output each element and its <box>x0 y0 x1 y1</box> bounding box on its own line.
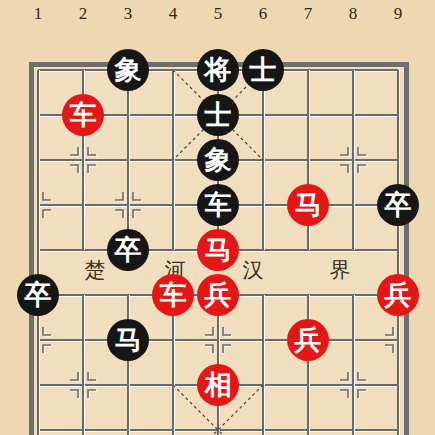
column-label-8: 8 <box>341 3 365 25</box>
river-label: 界 <box>325 257 355 283</box>
piece-red-horse[interactable]: 马 <box>197 229 239 271</box>
piece-black-horse[interactable]: 马 <box>107 319 149 361</box>
piece-black-soldier[interactable]: 卒 <box>107 229 149 271</box>
piece-red-soldier[interactable]: 兵 <box>287 319 329 361</box>
piece-red-horse[interactable]: 马 <box>287 184 329 226</box>
column-label-4: 4 <box>161 3 185 25</box>
column-label-5: 5 <box>206 3 230 25</box>
piece-black-elephant[interactable]: 象 <box>197 139 239 181</box>
piece-red-soldier[interactable]: 兵 <box>377 274 419 316</box>
river-label: 楚 <box>80 257 110 283</box>
column-label-3: 3 <box>116 3 140 25</box>
column-label-1: 1 <box>26 3 50 25</box>
piece-black-advisor[interactable]: 士 <box>242 49 284 91</box>
piece-red-chariot[interactable]: 车 <box>152 274 194 316</box>
piece-red-elephant[interactable]: 相 <box>197 364 239 406</box>
piece-black-general[interactable]: 将 <box>197 49 239 91</box>
piece-black-elephant[interactable]: 象 <box>107 49 149 91</box>
river-label: 汉 <box>238 257 268 283</box>
xiangqi-board: 123456789 楚河汉界 象将士车士象车马卒卒马卒车兵兵马兵相 <box>0 0 435 435</box>
column-label-6: 6 <box>251 3 275 25</box>
piece-black-soldier[interactable]: 卒 <box>377 184 419 226</box>
column-label-2: 2 <box>71 3 95 25</box>
piece-black-chariot[interactable]: 车 <box>197 184 239 226</box>
piece-black-advisor[interactable]: 士 <box>197 94 239 136</box>
piece-black-soldier[interactable]: 卒 <box>17 274 59 316</box>
piece-red-chariot[interactable]: 车 <box>62 94 104 136</box>
piece-red-soldier[interactable]: 兵 <box>197 274 239 316</box>
column-label-9: 9 <box>386 3 410 25</box>
column-label-7: 7 <box>296 3 320 25</box>
